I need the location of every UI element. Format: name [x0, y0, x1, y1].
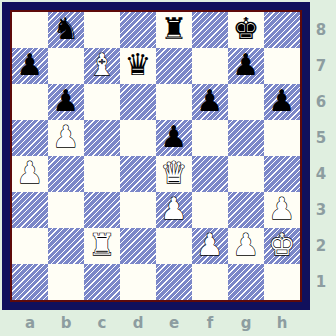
square-e6[interactable]: [156, 84, 192, 120]
square-c1[interactable]: [84, 264, 120, 300]
board-outer-border: ♞♜♚♟♝♛♟♟♟♟♟♟♟♛♟♟♜♟♟♚: [2, 2, 310, 310]
rank-label-7: 7: [308, 48, 334, 84]
square-b8[interactable]: ♞: [48, 12, 84, 48]
square-f1[interactable]: [192, 264, 228, 300]
square-c6[interactable]: [84, 84, 120, 120]
rank-label-8: 8: [308, 12, 334, 48]
square-d8[interactable]: [120, 12, 156, 48]
square-h5[interactable]: [264, 120, 300, 156]
rank-label-6: 6: [308, 84, 334, 120]
rank-labels: 87654321: [308, 12, 334, 300]
square-f4[interactable]: [192, 156, 228, 192]
square-c8[interactable]: [84, 12, 120, 48]
square-f3[interactable]: [192, 192, 228, 228]
square-b6[interactable]: ♟: [48, 84, 84, 120]
square-d6[interactable]: [120, 84, 156, 120]
square-a1[interactable]: [12, 264, 48, 300]
file-label-g: g: [228, 311, 264, 335]
square-h8[interactable]: [264, 12, 300, 48]
file-label-h: h: [264, 311, 300, 335]
white-pawn-piece[interactable]: ♟: [17, 156, 44, 191]
square-d5[interactable]: [120, 120, 156, 156]
black-pawn-piece[interactable]: ♟: [161, 120, 188, 155]
white-pawn-piece[interactable]: ♟: [233, 228, 260, 263]
rank-label-5: 5: [308, 120, 334, 156]
square-g5[interactable]: [228, 120, 264, 156]
black-knight-piece[interactable]: ♞: [53, 12, 80, 47]
square-g6[interactable]: [228, 84, 264, 120]
square-e4[interactable]: ♛: [156, 156, 192, 192]
black-king-piece[interactable]: ♚: [233, 12, 260, 47]
square-d1[interactable]: [120, 264, 156, 300]
white-pawn-piece[interactable]: ♟: [269, 192, 296, 227]
square-c3[interactable]: [84, 192, 120, 228]
square-d7[interactable]: ♛: [120, 48, 156, 84]
square-g3[interactable]: [228, 192, 264, 228]
file-label-f: f: [192, 311, 228, 335]
file-label-e: e: [156, 311, 192, 335]
square-h6[interactable]: ♟: [264, 84, 300, 120]
file-label-a: a: [12, 311, 48, 335]
chess-board: ♞♜♚♟♝♛♟♟♟♟♟♟♟♛♟♟♜♟♟♚: [12, 12, 300, 300]
square-a4[interactable]: ♟: [12, 156, 48, 192]
board-inner-border: ♞♜♚♟♝♛♟♟♟♟♟♟♟♛♟♟♜♟♟♚: [10, 10, 302, 302]
square-e7[interactable]: [156, 48, 192, 84]
square-d4[interactable]: [120, 156, 156, 192]
black-rook-piece[interactable]: ♜: [161, 12, 188, 47]
page: { "game": "chess", "position": { "fen": …: [0, 0, 336, 336]
square-a6[interactable]: [12, 84, 48, 120]
square-a8[interactable]: [12, 12, 48, 48]
square-g7[interactable]: ♟: [228, 48, 264, 84]
square-f7[interactable]: [192, 48, 228, 84]
white-bishop-piece[interactable]: ♝: [89, 48, 116, 83]
square-g2[interactable]: ♟: [228, 228, 264, 264]
chess-diagram: ♞♜♚♟♝♛♟♟♟♟♟♟♟♛♟♟♜♟♟♚ abcdefgh 87654321: [0, 0, 336, 336]
square-a2[interactable]: [12, 228, 48, 264]
rank-label-3: 3: [308, 192, 334, 228]
file-labels: abcdefgh: [12, 311, 300, 335]
square-h2[interactable]: ♚: [264, 228, 300, 264]
black-pawn-piece[interactable]: ♟: [53, 84, 80, 119]
square-c5[interactable]: [84, 120, 120, 156]
white-pawn-piece[interactable]: ♟: [161, 192, 188, 227]
white-king-piece[interactable]: ♚: [269, 228, 296, 263]
black-pawn-piece[interactable]: ♟: [233, 48, 260, 83]
square-e1[interactable]: [156, 264, 192, 300]
square-b5[interactable]: ♟: [48, 120, 84, 156]
black-queen-piece[interactable]: ♛: [125, 48, 152, 83]
rank-label-1: 1: [308, 264, 334, 300]
square-e5[interactable]: ♟: [156, 120, 192, 156]
square-c7[interactable]: ♝: [84, 48, 120, 84]
square-a3[interactable]: [12, 192, 48, 228]
square-e2[interactable]: [156, 228, 192, 264]
file-label-b: b: [48, 311, 84, 335]
square-f6[interactable]: ♟: [192, 84, 228, 120]
square-h7[interactable]: [264, 48, 300, 84]
square-e8[interactable]: ♜: [156, 12, 192, 48]
square-g8[interactable]: ♚: [228, 12, 264, 48]
square-b4[interactable]: [48, 156, 84, 192]
square-a5[interactable]: [12, 120, 48, 156]
square-f5[interactable]: [192, 120, 228, 156]
square-b1[interactable]: [48, 264, 84, 300]
square-d3[interactable]: [120, 192, 156, 228]
square-a7[interactable]: ♟: [12, 48, 48, 84]
black-pawn-piece[interactable]: ♟: [17, 48, 44, 83]
square-h1[interactable]: [264, 264, 300, 300]
white-queen-piece[interactable]: ♛: [161, 156, 188, 191]
black-pawn-piece[interactable]: ♟: [197, 84, 224, 119]
square-h4[interactable]: [264, 156, 300, 192]
square-b3[interactable]: [48, 192, 84, 228]
file-label-d: d: [120, 311, 156, 335]
square-e3[interactable]: ♟: [156, 192, 192, 228]
square-g4[interactable]: [228, 156, 264, 192]
square-h3[interactable]: ♟: [264, 192, 300, 228]
black-pawn-piece[interactable]: ♟: [269, 84, 296, 119]
square-f2[interactable]: ♟: [192, 228, 228, 264]
square-d2[interactable]: [120, 228, 156, 264]
white-rook-piece[interactable]: ♜: [89, 228, 116, 263]
square-b7[interactable]: [48, 48, 84, 84]
file-label-c: c: [84, 311, 120, 335]
rank-label-4: 4: [308, 156, 334, 192]
square-b2[interactable]: [48, 228, 84, 264]
square-g1[interactable]: [228, 264, 264, 300]
white-pawn-piece[interactable]: ♟: [53, 120, 80, 155]
rank-label-2: 2: [308, 228, 334, 264]
square-f8[interactable]: [192, 12, 228, 48]
square-c4[interactable]: [84, 156, 120, 192]
white-pawn-piece[interactable]: ♟: [197, 228, 224, 263]
square-c2[interactable]: ♜: [84, 228, 120, 264]
